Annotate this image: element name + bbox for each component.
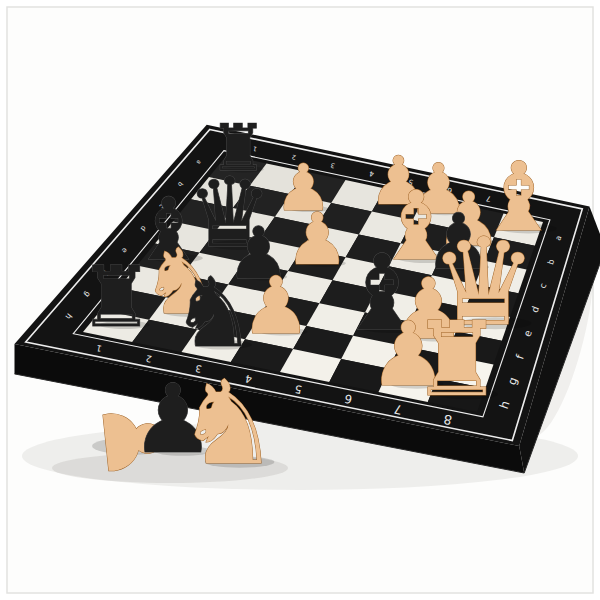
standing-cream-knight: ♞: [176, 355, 280, 490]
chessboard-photo: 1aa12bb23cc34dd45ee56ff67gg78hh8♜♟♟♟♝♟♛♝…: [0, 0, 600, 600]
black-rook-h1: ♜: [79, 248, 154, 346]
product-photo: 1aa12bb23cc34dd45ee56ff67gg78hh8♜♟♟♟♝♟♛♝…: [0, 0, 600, 600]
white-rook-h8: ♜: [411, 300, 503, 419]
black-knight-h3: ♞: [170, 257, 256, 369]
